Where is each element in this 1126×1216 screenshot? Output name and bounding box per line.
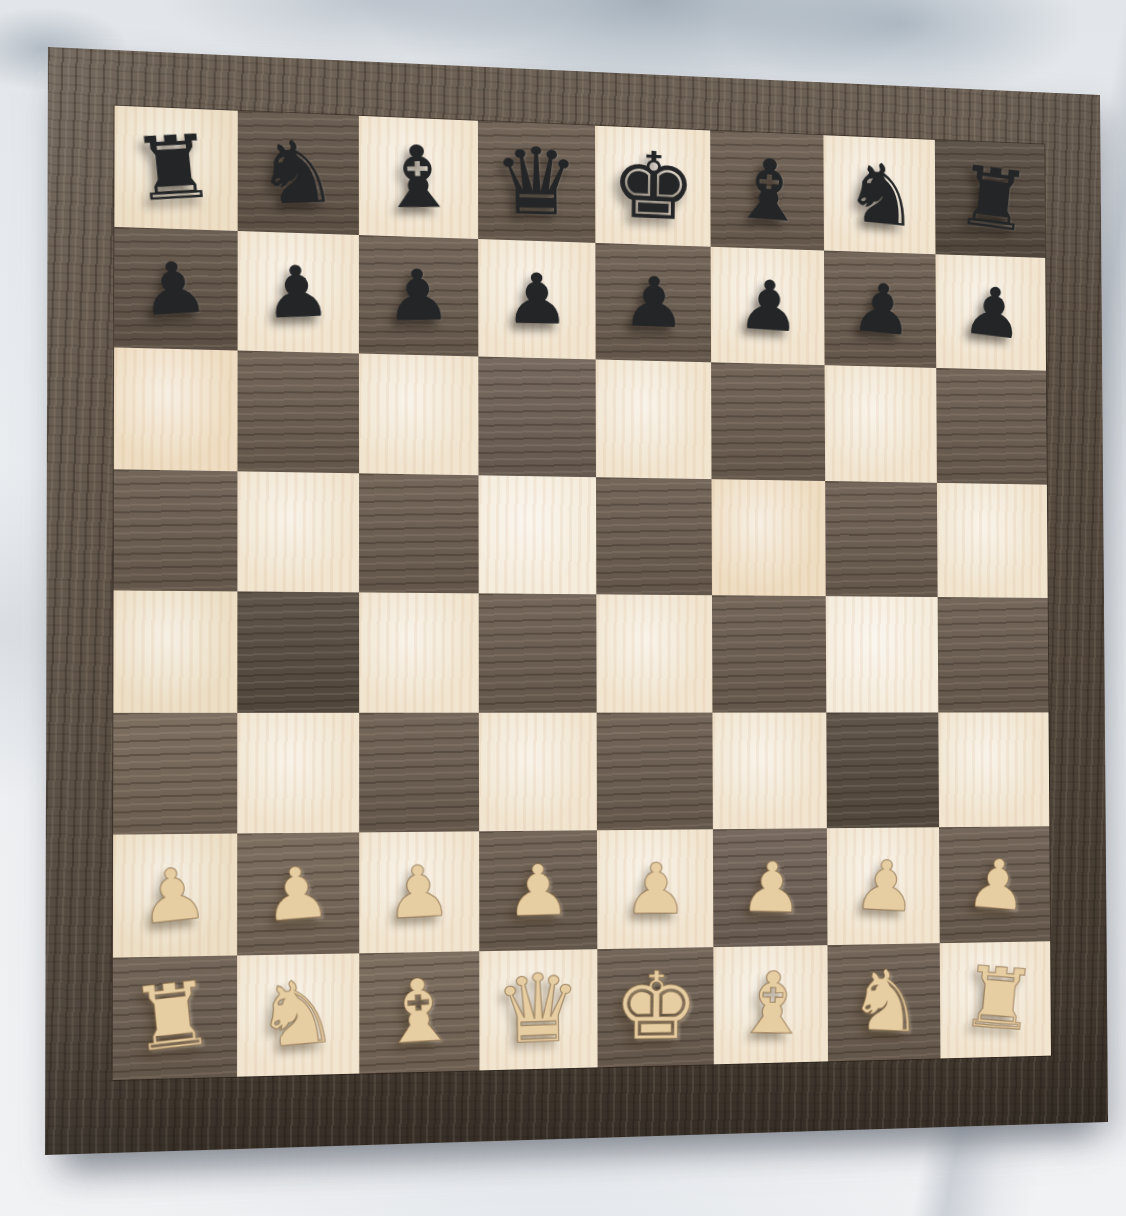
square-h7[interactable]: ♟ — [936, 254, 1047, 371]
square-c3[interactable] — [359, 712, 479, 832]
white-pawn[interactable]: ♟ — [623, 854, 688, 924]
square-d1[interactable]: ♛ — [479, 949, 597, 1071]
white-bishop[interactable]: ♝ — [732, 961, 813, 1047]
white-queen[interactable]: ♛ — [493, 961, 582, 1058]
square-d3[interactable] — [479, 712, 597, 831]
white-pawn[interactable]: ♟ — [134, 856, 210, 935]
square-g8[interactable]: ♞ — [823, 135, 935, 254]
white-knight[interactable]: ♞ — [251, 967, 340, 1062]
white-pawn[interactable]: ♟ — [260, 855, 333, 932]
square-g4[interactable] — [826, 596, 939, 712]
square-e5[interactable] — [596, 477, 712, 596]
black-pawn[interactable]: ♟ — [621, 267, 686, 339]
square-f1[interactable]: ♝ — [713, 945, 828, 1065]
square-c7[interactable]: ♟ — [359, 235, 478, 357]
square-h6[interactable] — [936, 368, 1047, 484]
square-b8[interactable]: ♞ — [238, 111, 359, 235]
square-a7[interactable]: ♟ — [114, 226, 238, 350]
white-rook[interactable]: ♜ — [957, 955, 1039, 1044]
square-g6[interactable] — [825, 365, 937, 482]
square-e3[interactable] — [597, 712, 713, 830]
black-pawn[interactable]: ♟ — [383, 260, 452, 331]
square-c5[interactable] — [359, 473, 479, 594]
square-a5[interactable] — [114, 469, 238, 592]
black-queen[interactable]: ♛ — [492, 134, 580, 229]
black-bishop[interactable]: ♝ — [728, 146, 808, 235]
square-h3[interactable] — [938, 712, 1049, 827]
square-a2[interactable]: ♟ — [113, 834, 237, 958]
white-pawn[interactable]: ♟ — [963, 848, 1030, 921]
square-b4[interactable] — [237, 591, 359, 712]
square-g7[interactable]: ♟ — [824, 250, 936, 368]
square-e4[interactable] — [596, 594, 712, 712]
square-g1[interactable]: ♞ — [827, 943, 940, 1062]
square-d6[interactable] — [478, 357, 596, 477]
board-frame: ♜♞♝♛♚♝♞♜♟♟♟♟♟♟♟♟♟♟♟♟♟♟♟♟♜♞♝♛♚♝♞♜ — [45, 47, 1108, 1155]
chess-board: ♜♞♝♛♚♝♞♜♟♟♟♟♟♟♟♟♟♟♟♟♟♟♟♟♜♞♝♛♚♝♞♜ — [45, 47, 1108, 1155]
square-c8[interactable]: ♝ — [359, 116, 478, 239]
square-g2[interactable]: ♟ — [827, 827, 940, 944]
square-e8[interactable]: ♚ — [595, 126, 711, 247]
square-d7[interactable]: ♟ — [478, 239, 596, 360]
square-f2[interactable]: ♟ — [713, 828, 828, 946]
square-h4[interactable] — [938, 597, 1049, 712]
square-c4[interactable] — [359, 592, 479, 712]
square-b5[interactable] — [237, 471, 359, 593]
square-c1[interactable]: ♝ — [359, 951, 479, 1074]
square-a8[interactable]: ♜ — [114, 106, 237, 231]
square-d2[interactable]: ♟ — [479, 830, 597, 950]
square-b1[interactable]: ♞ — [237, 953, 359, 1077]
white-pawn[interactable]: ♟ — [505, 854, 572, 926]
white-king[interactable]: ♚ — [612, 960, 699, 1054]
black-pawn[interactable]: ♟ — [960, 275, 1027, 350]
square-c2[interactable]: ♟ — [359, 831, 479, 953]
white-pawn[interactable]: ♟ — [738, 852, 804, 923]
black-knight[interactable]: ♞ — [841, 150, 922, 240]
black-rook[interactable]: ♜ — [952, 153, 1034, 244]
white-rook[interactable]: ♜ — [125, 969, 218, 1067]
square-f8[interactable]: ♝ — [710, 130, 824, 250]
square-e7[interactable]: ♟ — [595, 242, 711, 362]
board-grid: ♜♞♝♛♚♝♞♜♟♟♟♟♟♟♟♟♟♟♟♟♟♟♟♟♜♞♝♛♚♝♞♜ — [113, 106, 1051, 1080]
black-pawn[interactable]: ♟ — [136, 251, 212, 327]
square-f3[interactable] — [712, 712, 826, 829]
square-f6[interactable] — [711, 362, 825, 480]
square-d8[interactable]: ♛ — [478, 121, 595, 243]
black-knight[interactable]: ♞ — [252, 129, 341, 218]
white-bishop[interactable]: ♝ — [375, 966, 461, 1058]
square-h1[interactable]: ♜ — [940, 941, 1051, 1059]
square-b3[interactable] — [237, 712, 359, 833]
square-e6[interactable] — [596, 359, 712, 478]
square-b6[interactable] — [237, 351, 359, 473]
square-a3[interactable] — [113, 712, 237, 834]
square-f5[interactable] — [712, 479, 826, 597]
marble-countertop: ♜♞♝♛♚♝♞♜♟♟♟♟♟♟♟♟♟♟♟♟♟♟♟♟♜♞♝♛♚♝♞♜ — [0, 0, 1126, 1216]
black-king[interactable]: ♚ — [610, 138, 696, 234]
square-h5[interactable] — [937, 482, 1048, 598]
black-pawn[interactable]: ♟ — [503, 264, 569, 335]
black-pawn[interactable]: ♟ — [736, 270, 802, 343]
square-h2[interactable]: ♟ — [939, 826, 1050, 942]
white-pawn[interactable]: ♟ — [852, 850, 919, 922]
black-bishop[interactable]: ♝ — [375, 134, 460, 220]
square-d4[interactable] — [479, 593, 597, 712]
square-a1[interactable]: ♜ — [113, 955, 238, 1080]
black-pawn[interactable]: ♟ — [849, 272, 915, 346]
square-d5[interactable] — [479, 475, 597, 595]
square-a4[interactable] — [113, 590, 237, 712]
black-rook[interactable]: ♜ — [127, 123, 219, 215]
square-h8[interactable]: ♜ — [935, 140, 1045, 258]
square-b7[interactable]: ♟ — [238, 230, 359, 353]
square-g3[interactable] — [826, 712, 939, 828]
square-f7[interactable]: ♟ — [711, 246, 825, 365]
square-e1[interactable]: ♚ — [597, 947, 714, 1068]
black-pawn[interactable]: ♟ — [260, 256, 333, 329]
square-g5[interactable] — [825, 481, 937, 598]
square-b2[interactable]: ♟ — [237, 832, 359, 955]
white-pawn[interactable]: ♟ — [383, 855, 453, 930]
square-a6[interactable] — [114, 347, 238, 470]
square-f4[interactable] — [712, 595, 826, 712]
square-e2[interactable]: ♟ — [597, 829, 713, 948]
white-knight[interactable]: ♞ — [845, 958, 927, 1046]
square-c6[interactable] — [359, 354, 479, 475]
